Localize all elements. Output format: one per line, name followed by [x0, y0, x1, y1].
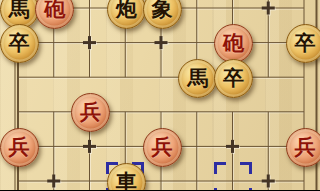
piece-black-chariot[interactable]: 車 [107, 163, 146, 191]
xiangqi-board[interactable]: 馬砲炮象卒砲卒馬卒兵兵兵兵車 [0, 0, 320, 190]
piece-layer: 馬砲炮象卒砲卒馬卒兵兵兵兵車 [0, 0, 320, 190]
piece-red-soldier[interactable]: 兵 [0, 128, 39, 167]
piece-red-cannon[interactable]: 砲 [35, 0, 74, 29]
piece-black-cannon[interactable]: 炮 [107, 0, 146, 29]
piece-black-soldier[interactable]: 卒 [214, 59, 253, 98]
piece-red-soldier[interactable]: 兵 [143, 128, 182, 167]
piece-red-cannon[interactable]: 砲 [214, 24, 253, 63]
piece-black-elephant[interactable]: 象 [143, 0, 182, 29]
piece-red-soldier[interactable]: 兵 [286, 128, 320, 167]
piece-black-soldier[interactable]: 卒 [0, 24, 39, 63]
piece-red-soldier[interactable]: 兵 [71, 93, 110, 132]
piece-black-horse[interactable]: 馬 [178, 59, 217, 98]
piece-black-soldier[interactable]: 卒 [286, 24, 320, 63]
